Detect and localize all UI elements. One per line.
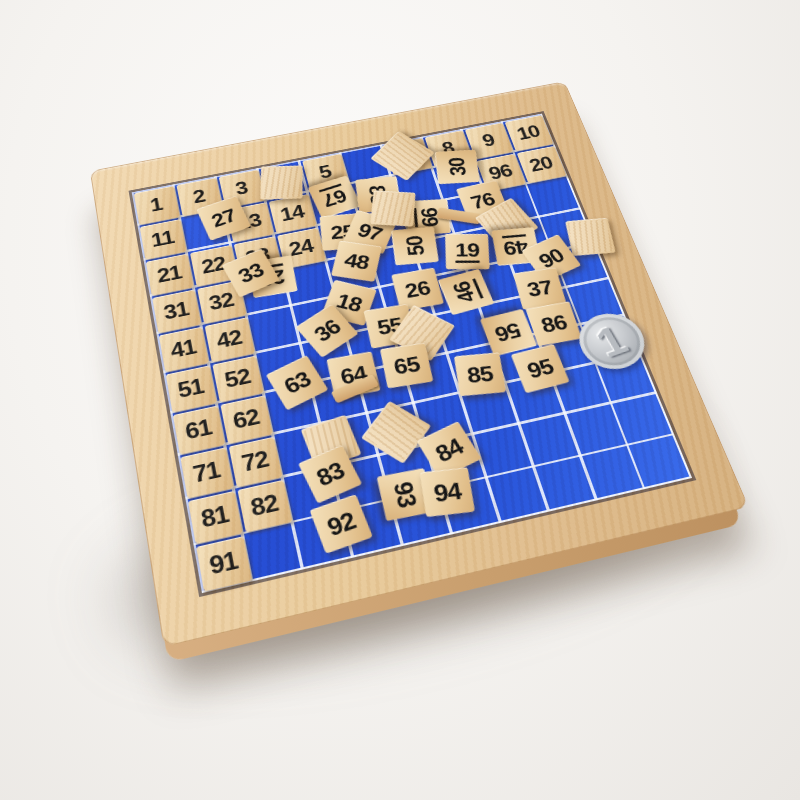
board-cell — [244, 522, 304, 581]
tile-number: 50 — [402, 235, 428, 256]
board-cell — [369, 404, 428, 456]
tile-63[interactable]: 63 — [266, 355, 329, 410]
tile-number: 82 — [248, 491, 279, 520]
tile-number: 93 — [390, 480, 421, 509]
tile-number: 30 — [445, 157, 469, 176]
tile-face-down[interactable] — [565, 218, 616, 256]
board-cell — [332, 456, 392, 511]
board-cell — [322, 414, 380, 467]
board-cell: 62 — [218, 393, 274, 445]
tile-number: 37 — [525, 277, 554, 300]
board-cell — [449, 344, 507, 393]
board-cell: 41 — [157, 325, 210, 373]
board-cell: 82 — [235, 478, 294, 534]
board-cell — [302, 334, 358, 383]
board-cell — [488, 467, 550, 523]
board-cell — [612, 394, 674, 446]
board-cell — [535, 456, 598, 511]
tile-number: 64 — [338, 362, 368, 387]
tile-number: 46 — [449, 278, 483, 304]
tile-number: 27 — [209, 206, 239, 230]
board-cell — [347, 325, 403, 373]
board-cell: 52 — [210, 354, 265, 404]
board-cell — [628, 435, 692, 489]
board-cell — [440, 478, 502, 534]
tile-number: 51 — [176, 375, 205, 401]
board-cell: 61 — [171, 404, 227, 456]
tile-number: 55 — [375, 314, 404, 338]
board-cell: 72 — [226, 435, 283, 489]
tile-52[interactable]: 52 — [212, 355, 263, 402]
tile-86[interactable]: 86 — [526, 301, 582, 346]
board-cell: 51 — [163, 363, 218, 413]
tile-number: 92 — [324, 508, 358, 540]
tile-face-down[interactable] — [361, 401, 431, 464]
tile-92[interactable]: 92 — [309, 494, 372, 554]
tile-81[interactable]: 81 — [188, 490, 243, 543]
tile-edge[interactable] — [330, 374, 378, 403]
board-cell: 81 — [186, 489, 244, 546]
tile-41[interactable]: 41 — [158, 326, 208, 371]
board-inner: 1235789101113149620212223243132414251526… — [132, 114, 692, 594]
tile-72[interactable]: 72 — [228, 436, 282, 486]
board-cell — [597, 354, 658, 404]
board-cell — [507, 374, 567, 425]
tile-number: 95 — [524, 355, 556, 381]
tile-91[interactable]: 91 — [196, 536, 252, 591]
tile-84[interactable]: 84 — [416, 421, 481, 479]
board-cell — [461, 383, 521, 434]
tile-85[interactable]: 85 — [454, 353, 506, 397]
tile-number: 61 — [183, 416, 213, 443]
tile-number: 62 — [231, 406, 261, 433]
tile-46[interactable]: 46 — [438, 269, 495, 315]
tile-number: 83 — [313, 458, 348, 490]
tile-face-down[interactable] — [371, 190, 416, 226]
tile-number: 71 — [191, 458, 222, 487]
tile-number: 81 — [199, 502, 230, 532]
tile-number: 84 — [431, 434, 466, 465]
tile-number: 42 — [215, 327, 244, 352]
board-cell: 71 — [178, 445, 235, 500]
tile-number: 36 — [310, 316, 344, 345]
tile-82[interactable]: 82 — [237, 479, 292, 532]
tile-number: 63 — [280, 368, 314, 398]
tile-94[interactable]: 94 — [420, 467, 475, 517]
tile-62[interactable]: 62 — [220, 395, 273, 443]
board-cell — [256, 344, 311, 393]
board-cell — [521, 414, 582, 467]
tile-number: 91 — [207, 548, 239, 579]
board-cell — [284, 467, 343, 523]
board-cell — [343, 500, 404, 557]
board-cell: 91 — [194, 534, 254, 593]
tile-face-down[interactable] — [260, 165, 302, 199]
tile-64[interactable]: 64 — [326, 351, 380, 399]
tile-71[interactable]: 71 — [180, 447, 233, 498]
tile-48[interactable]: 48 — [331, 240, 382, 281]
board-frame: 1235789101113149620212223243132414251526… — [90, 81, 749, 647]
coin-number: 1 — [588, 316, 636, 367]
tile-65[interactable]: 65 — [380, 342, 433, 388]
board-cell — [265, 383, 322, 434]
scattered-tiles-layer: 2767883025979950764919902933481836264655… — [132, 114, 692, 594]
tile-number: 56 — [493, 320, 524, 346]
tile-95[interactable]: 95 — [511, 344, 570, 393]
board-cell — [474, 424, 535, 477]
tile-61[interactable]: 61 — [172, 405, 224, 454]
tile-number: 41 — [169, 336, 198, 361]
tile-number: 48 — [343, 250, 371, 272]
board-cell — [274, 424, 332, 477]
tile-19[interactable]: 19 — [445, 234, 490, 269]
board-cell — [403, 354, 461, 404]
board-3d-wrapper: 1235789101113149620212223243132414251526… — [90, 81, 749, 647]
tile-number: 65 — [392, 353, 421, 378]
board-cell — [415, 394, 474, 446]
board-cell — [493, 335, 552, 384]
board-cell — [312, 373, 369, 424]
board-cell — [582, 446, 645, 501]
board-cell — [294, 511, 355, 569]
tile-number: 33 — [235, 259, 267, 285]
tile-number: 67 — [319, 184, 350, 210]
tile-number: 85 — [465, 363, 494, 387]
tile-number: 19 — [455, 241, 480, 263]
board-cell — [380, 445, 440, 500]
tile-50[interactable]: 50 — [391, 227, 439, 266]
tile-51[interactable]: 51 — [165, 365, 216, 412]
tile-face-down[interactable] — [301, 415, 362, 470]
tile-27[interactable]: 27 — [196, 196, 251, 241]
tile-93[interactable]: 93 — [377, 468, 435, 521]
tile-83[interactable]: 83 — [298, 445, 362, 504]
board-cell — [392, 489, 454, 546]
tile-number: 86 — [539, 312, 569, 336]
board-cell — [427, 435, 488, 489]
tile-number: 94 — [432, 479, 462, 506]
tile-30[interactable]: 30 — [434, 150, 479, 185]
board-cell — [538, 325, 597, 373]
tile-number: 52 — [223, 365, 252, 391]
tile-number: 72 — [240, 447, 271, 475]
tile-number: 26 — [403, 277, 432, 300]
board-cell — [358, 364, 415, 414]
board-cell — [567, 404, 629, 456]
tile-face-down[interactable] — [371, 131, 435, 181]
photo-background: 1235789101113149620212223243132414251526… — [0, 0, 800, 800]
board-cell — [552, 364, 612, 414]
